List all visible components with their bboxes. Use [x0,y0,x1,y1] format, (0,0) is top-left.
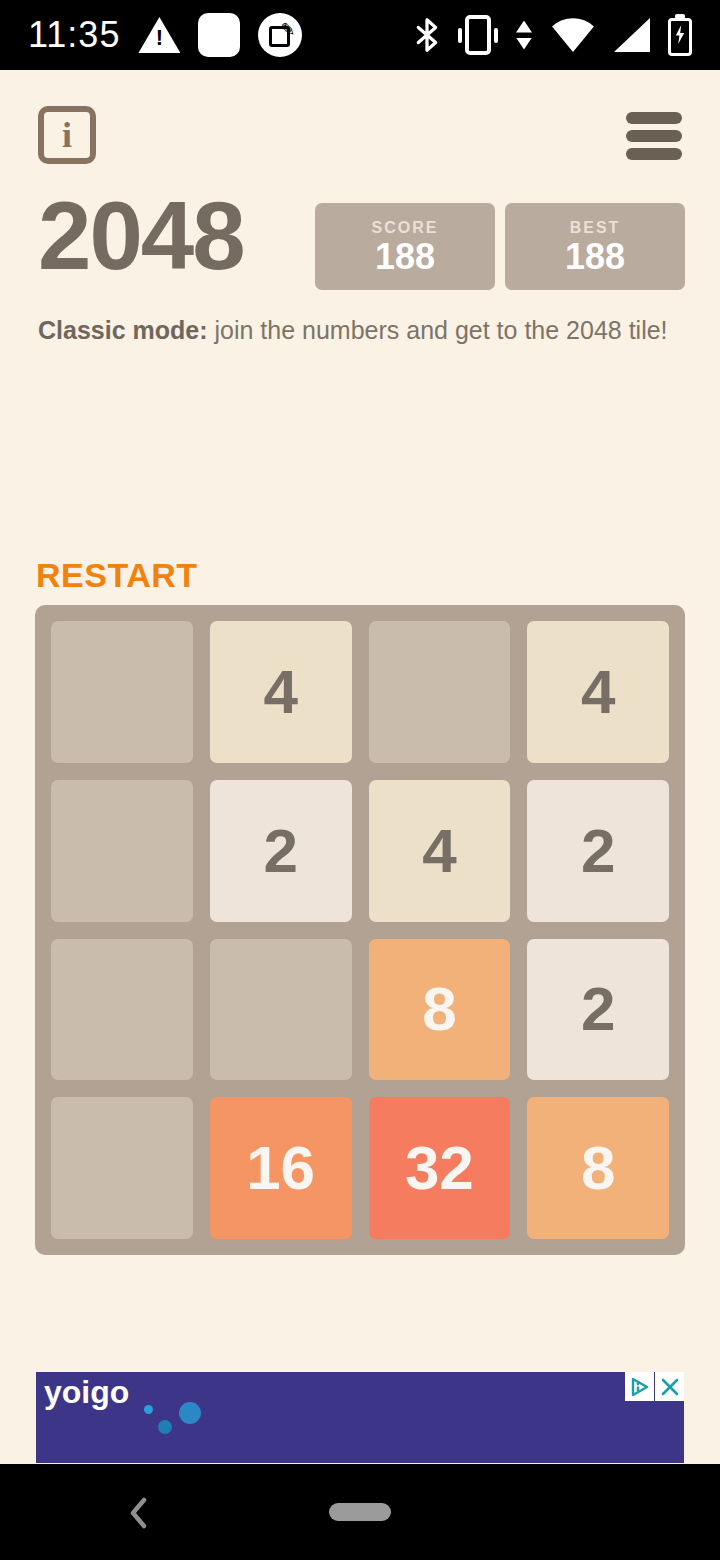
vibrate-icon [458,15,498,55]
tile-8: 8 [527,1097,669,1239]
tile-4: 4 [369,780,511,922]
ad-banner[interactable]: yoigo [36,1372,684,1463]
page-title: 2048 [38,188,244,284]
mode-subtitle-bold: Classic mode: [38,316,208,344]
hamburger-icon [626,112,682,124]
empty-cell [51,939,193,1081]
status-right: 4 [414,14,692,56]
ad-close-button[interactable] [655,1372,684,1401]
info-button[interactable]: i [38,106,96,164]
empty-cell [51,780,193,922]
tile-4: 4 [527,621,669,763]
mode-subtitle: Classic mode: join the numbers and get t… [38,316,678,345]
wifi-badge: 4 [583,29,594,51]
tile-16: 16 [210,1097,352,1239]
score-value: 188 [375,239,435,275]
close-icon [659,1376,681,1398]
back-button[interactable] [125,1495,151,1535]
ad-dot [179,1402,201,1424]
ad-brand-logo: yoigo [44,1374,129,1411]
status-bar: 11:35 ! ✎ 4 [0,0,720,70]
mode-subtitle-rest: join the numbers and get to the 2048 til… [208,316,668,344]
score-box: SCORE 188 [315,203,495,290]
tile-2: 2 [527,780,669,922]
adchoices-button[interactable] [625,1372,654,1401]
empty-cell [210,939,352,1081]
tile-8: 8 [369,939,511,1081]
android-nav-bar [0,1464,720,1560]
restart-button[interactable]: RESTART [36,556,198,595]
screen: 11:35 ! ✎ 4 [0,0,720,1560]
adchoices-icon [628,1375,652,1399]
clock: 11:35 [28,14,120,56]
home-pill-button[interactable] [329,1503,391,1521]
app-square-icon [198,13,240,57]
empty-cell [51,621,193,763]
info-icon: i [62,117,72,153]
score-label: SCORE [372,219,439,237]
signal-icon [614,18,650,52]
best-value: 188 [565,239,625,275]
bluetooth-icon [414,17,440,53]
empty-cell [51,1097,193,1239]
tile-32: 32 [369,1097,511,1239]
warning-icon: ! [138,17,180,53]
board[interactable]: 442428216328 [35,605,685,1255]
ad-dot [144,1405,153,1414]
hamburger-menu-button[interactable] [626,112,682,160]
tile-2: 2 [527,939,669,1081]
tile-2: 2 [210,780,352,922]
best-box: BEST 188 [505,203,685,290]
tile-4: 4 [210,621,352,763]
wifi-icon: 4 [550,16,596,54]
updown-arrows-icon [516,21,532,50]
back-chevron-icon [125,1495,151,1531]
ad-dot [158,1420,172,1434]
best-label: BEST [570,219,621,237]
screenshot-icon: ✎ [258,13,302,57]
status-left: 11:35 ! ✎ [28,13,302,57]
battery-icon [668,14,692,56]
empty-cell [369,621,511,763]
